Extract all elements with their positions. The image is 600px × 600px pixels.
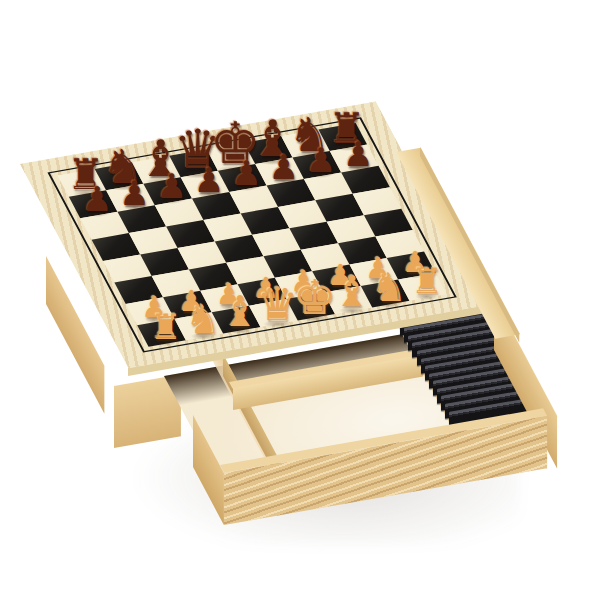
piece-white-knight-b1: ♞ [185,299,221,339]
game-box-photo: ♜♞♝♛♚♝♞♜♟♟♟♟♟♟♟♟♟♟♟♟♟♟♟♟♜♞♝♛♚♝♞♜ [0,0,600,600]
piece-black-pawn-a7: ♟ [82,182,112,216]
piece-black-pawn-g7: ♟ [306,143,336,177]
piece-white-rook-a1: ♜ [150,310,181,345]
piece-white-king-e1: ♚ [293,272,336,320]
pieces-layer: ♜♞♝♛♚♝♞♜♟♟♟♟♟♟♟♟♟♟♟♟♟♟♟♟♜♞♝♛♚♝♞♜ [0,0,600,600]
piece-black-pawn-d7: ♟ [194,163,224,197]
piece-white-rook-h1: ♜ [411,264,442,299]
piece-black-pawn-f7: ♟ [268,150,298,184]
piece-black-pawn-b7: ♟ [119,176,149,210]
piece-white-queen-d1: ♛ [257,281,298,327]
piece-white-knight-g1: ♞ [371,266,407,306]
piece-black-pawn-h7: ♟ [343,137,373,171]
piece-black-pawn-e7: ♟ [231,156,261,190]
piece-white-bishop-f1: ♝ [333,271,371,313]
piece-white-bishop-c1: ♝ [221,291,259,333]
piece-black-pawn-c7: ♟ [157,169,187,203]
